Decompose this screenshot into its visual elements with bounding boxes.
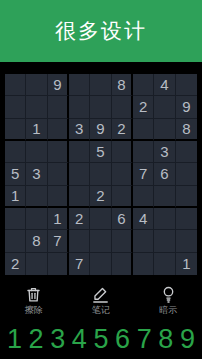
trash-icon (24, 285, 43, 304)
bulb-icon (159, 285, 178, 304)
number-7-button[interactable]: 7 (137, 326, 152, 353)
cell-r3c4[interactable]: 3 (69, 119, 90, 141)
cell-r5c4[interactable] (69, 163, 90, 185)
cell-r3c5[interactable]: 9 (90, 119, 111, 141)
cell-r6c4[interactable] (69, 186, 90, 208)
cell-r7c5[interactable] (90, 208, 111, 230)
cell-r3c6[interactable]: 2 (112, 119, 133, 141)
cell-r9c6[interactable] (112, 253, 133, 275)
cell-r4c5[interactable]: 5 (90, 141, 111, 163)
cell-r7c7[interactable]: 4 (133, 208, 154, 230)
cell-r5c2[interactable]: 3 (26, 163, 47, 185)
cell-r7c1[interactable] (5, 208, 26, 230)
cell-r7c6[interactable]: 6 (112, 208, 133, 230)
cell-r5c7[interactable]: 7 (133, 163, 154, 185)
cell-r5c1[interactable]: 5 (5, 163, 26, 185)
cell-r6c3[interactable] (48, 186, 69, 208)
cell-r5c5[interactable] (90, 163, 111, 185)
cell-r5c3[interactable] (48, 163, 69, 185)
cell-r6c8[interactable] (154, 186, 175, 208)
cell-r1c9[interactable] (176, 74, 197, 96)
cell-r2c2[interactable] (26, 96, 47, 118)
cell-r9c9[interactable]: 1 (176, 253, 197, 275)
number-4-button[interactable]: 4 (72, 326, 87, 353)
cell-r8c8[interactable] (154, 230, 175, 252)
cell-r3c3[interactable] (48, 119, 69, 141)
notes-button[interactable]: 笔记 (91, 285, 110, 316)
number-8-button[interactable]: 8 (158, 326, 173, 353)
cell-r2c3[interactable] (48, 96, 69, 118)
cell-r6c7[interactable] (133, 186, 154, 208)
cell-r3c7[interactable] (133, 119, 154, 141)
cell-r1c3[interactable]: 9 (48, 74, 69, 96)
cell-r4c7[interactable] (133, 141, 154, 163)
notes-label: 笔记 (92, 306, 110, 316)
hint-button[interactable]: 暗示 (159, 285, 178, 316)
cell-r4c2[interactable] (26, 141, 47, 163)
number-9-button[interactable]: 9 (180, 326, 195, 353)
cell-r2c5[interactable] (90, 96, 111, 118)
cell-r8c3[interactable]: 7 (48, 230, 69, 252)
cell-r5c6[interactable] (112, 163, 133, 185)
cell-r2c4[interactable] (69, 96, 90, 118)
number-3-button[interactable]: 3 (50, 326, 65, 353)
cell-r8c9[interactable] (176, 230, 197, 252)
number-2-button[interactable]: 2 (29, 326, 44, 353)
cell-r6c1[interactable]: 1 (5, 186, 26, 208)
cell-r8c5[interactable] (90, 230, 111, 252)
cell-r8c1[interactable] (5, 230, 26, 252)
cell-r5c9[interactable] (176, 163, 197, 185)
cell-r5c8[interactable]: 6 (154, 163, 175, 185)
cell-r4c8[interactable]: 3 (154, 141, 175, 163)
cell-r9c7[interactable] (133, 253, 154, 275)
cell-r8c6[interactable] (112, 230, 133, 252)
cell-r1c7[interactable] (133, 74, 154, 96)
hint-label: 暗示 (159, 306, 177, 316)
cell-r1c5[interactable] (90, 74, 111, 96)
cell-r9c5[interactable] (90, 253, 111, 275)
number-1-button[interactable]: 1 (7, 326, 22, 353)
app-screen: 很多设计 984291392853537612126487271 擦除 笔记 (0, 0, 202, 359)
cell-r1c6[interactable]: 8 (112, 74, 133, 96)
cell-r3c1[interactable] (5, 119, 26, 141)
number-6-button[interactable]: 6 (115, 326, 130, 353)
cell-r8c2[interactable]: 8 (26, 230, 47, 252)
cell-r3c2[interactable]: 1 (26, 119, 47, 141)
cell-r9c4[interactable]: 7 (69, 253, 90, 275)
cell-r6c5[interactable]: 2 (90, 186, 111, 208)
app-header: 很多设计 (0, 0, 202, 62)
cell-r1c8[interactable]: 4 (154, 74, 175, 96)
sudoku-board: 984291392853537612126487271 (3, 72, 199, 277)
cell-r4c1[interactable] (5, 141, 26, 163)
cell-r2c8[interactable] (154, 96, 175, 118)
cell-r1c2[interactable] (26, 74, 47, 96)
toolbar: 擦除 笔记 暗示 (0, 285, 202, 316)
cell-r9c3[interactable] (48, 253, 69, 275)
cell-r6c2[interactable] (26, 186, 47, 208)
cell-r6c6[interactable] (112, 186, 133, 208)
cell-r3c8[interactable] (154, 119, 175, 141)
cell-r2c7[interactable]: 2 (133, 96, 154, 118)
cell-r7c3[interactable]: 1 (48, 208, 69, 230)
cell-r9c8[interactable] (154, 253, 175, 275)
cell-r4c3[interactable] (48, 141, 69, 163)
cell-r4c4[interactable] (69, 141, 90, 163)
cell-r4c9[interactable] (176, 141, 197, 163)
cell-r1c1[interactable] (5, 74, 26, 96)
cell-r2c1[interactable] (5, 96, 26, 118)
pencil-icon (91, 285, 110, 304)
cell-r3c9[interactable]: 8 (176, 119, 197, 141)
cell-r8c7[interactable] (133, 230, 154, 252)
cell-r2c6[interactable] (112, 96, 133, 118)
page-title: 很多设计 (55, 17, 147, 45)
cell-r4c6[interactable] (112, 141, 133, 163)
number-pad: 1 2 3 4 5 6 7 8 9 (0, 326, 202, 353)
cell-r7c4[interactable]: 2 (69, 208, 90, 230)
number-5-button[interactable]: 5 (93, 326, 108, 353)
cell-r7c9[interactable] (176, 208, 197, 230)
cell-r9c2[interactable] (26, 253, 47, 275)
erase-button[interactable]: 擦除 (24, 285, 43, 316)
cell-r7c2[interactable] (26, 208, 47, 230)
cell-r6c9[interactable] (176, 186, 197, 208)
cell-r7c8[interactable] (154, 208, 175, 230)
cell-r2c9[interactable]: 9 (176, 96, 197, 118)
cell-r8c4[interactable] (69, 230, 90, 252)
erase-label: 擦除 (25, 306, 43, 316)
cell-r1c4[interactable] (69, 74, 90, 96)
cell-r9c1[interactable]: 2 (5, 253, 26, 275)
